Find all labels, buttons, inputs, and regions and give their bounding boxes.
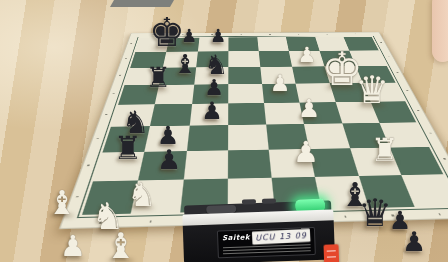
square	[189, 103, 228, 125]
square	[183, 150, 228, 179]
square	[228, 51, 260, 67]
square	[228, 37, 259, 51]
player-arm	[432, 0, 448, 62]
square	[349, 51, 387, 66]
square	[145, 126, 190, 152]
square	[93, 151, 145, 181]
square	[194, 67, 228, 85]
clock-setting-button	[262, 198, 276, 203]
clock-handwritten-note: UCU 13 09	[252, 229, 311, 245]
square	[135, 38, 169, 52]
chess-clock: Saitek UCU 13 09	[182, 198, 335, 262]
square	[155, 84, 194, 104]
clock-brand: Saitek	[222, 233, 250, 242]
clock-fine-print	[223, 244, 311, 255]
square	[130, 52, 166, 68]
photo-scene: ♚♛♜♟♟♟♟♚♟♟♝♞♜♟♟♞♟♜♟♝♞♞♟♝♝♛♟♟ Saitek UCU …	[0, 0, 448, 262]
square	[82, 180, 138, 215]
clock-front: Saitek UCU 13 09	[183, 220, 335, 262]
square	[197, 37, 228, 51]
square	[150, 104, 191, 126]
clock-setting-button	[242, 199, 256, 204]
square	[362, 82, 405, 101]
square	[228, 67, 262, 84]
square	[228, 84, 264, 104]
square	[257, 37, 289, 51]
square	[259, 51, 293, 67]
square	[286, 37, 319, 51]
square	[192, 84, 228, 104]
square	[262, 83, 300, 103]
square	[260, 66, 295, 83]
square	[196, 51, 228, 67]
square	[163, 52, 197, 68]
square	[292, 66, 329, 83]
square	[159, 67, 195, 85]
square	[370, 101, 416, 123]
square	[118, 85, 159, 105]
square	[103, 126, 151, 152]
square	[228, 125, 269, 150]
square	[186, 125, 227, 150]
square	[355, 66, 395, 83]
square	[111, 104, 155, 127]
square	[269, 149, 315, 178]
square	[138, 151, 186, 181]
square	[131, 179, 183, 213]
square	[264, 103, 304, 125]
square	[289, 51, 324, 67]
clock-label: Saitek UCU 13 09	[217, 227, 316, 258]
square	[228, 103, 266, 125]
square	[343, 37, 378, 51]
square	[124, 67, 163, 85]
square	[228, 149, 272, 178]
square	[167, 38, 200, 52]
red-sticker	[324, 244, 340, 262]
square	[266, 124, 309, 149]
